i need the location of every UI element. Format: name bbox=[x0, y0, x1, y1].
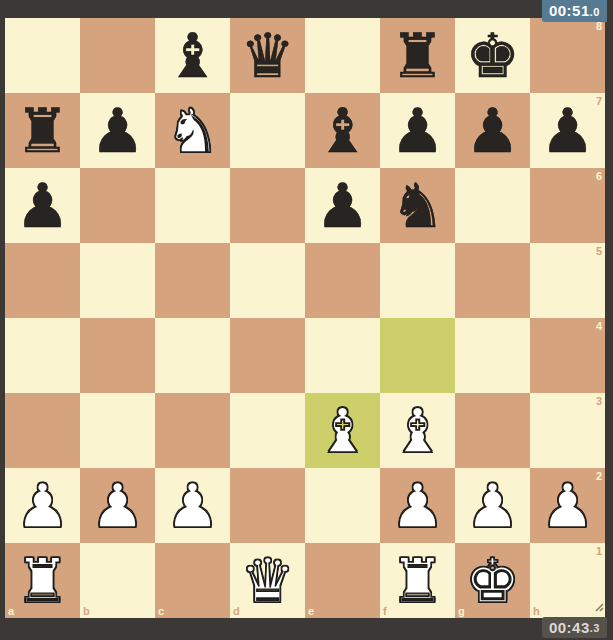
square-e5[interactable] bbox=[305, 243, 380, 318]
rank-label-3: 3 bbox=[596, 395, 602, 407]
board-resize-handle-icon[interactable] bbox=[591, 598, 604, 616]
square-a8[interactable] bbox=[5, 18, 80, 93]
opponent-clock-tenths: .0 bbox=[590, 2, 600, 22]
black-pawn-h7[interactable]: ♟ bbox=[530, 93, 605, 168]
square-d4[interactable] bbox=[230, 318, 305, 393]
square-a2[interactable]: ♟ bbox=[5, 468, 80, 543]
square-e7[interactable]: ♝ bbox=[305, 93, 380, 168]
black-bishop-c8[interactable]: ♝ bbox=[155, 18, 230, 93]
square-g3[interactable] bbox=[455, 393, 530, 468]
square-h6[interactable]: 6 bbox=[530, 168, 605, 243]
square-d3[interactable] bbox=[230, 393, 305, 468]
white-bishop-f3[interactable]: ♝ bbox=[380, 393, 455, 468]
square-a5[interactable] bbox=[5, 243, 80, 318]
black-pawn-b7[interactable]: ♟ bbox=[80, 93, 155, 168]
square-b8[interactable] bbox=[80, 18, 155, 93]
square-b1[interactable]: b bbox=[80, 543, 155, 618]
square-g1[interactable]: ♚g bbox=[455, 543, 530, 618]
black-knight-f6[interactable]: ♞ bbox=[380, 168, 455, 243]
rank-label-1: 1 bbox=[596, 545, 602, 557]
white-rook-a1[interactable]: ♜ bbox=[5, 543, 80, 618]
square-f2[interactable]: ♟ bbox=[380, 468, 455, 543]
square-h2[interactable]: ♟2 bbox=[530, 468, 605, 543]
square-b5[interactable] bbox=[80, 243, 155, 318]
square-a3[interactable] bbox=[5, 393, 80, 468]
square-f7[interactable]: ♟ bbox=[380, 93, 455, 168]
square-d7[interactable] bbox=[230, 93, 305, 168]
square-c5[interactable] bbox=[155, 243, 230, 318]
square-h3[interactable]: 3 bbox=[530, 393, 605, 468]
square-f1[interactable]: ♜f bbox=[380, 543, 455, 618]
white-knight-c7[interactable]: ♞ bbox=[155, 93, 230, 168]
square-g2[interactable]: ♟ bbox=[455, 468, 530, 543]
square-g8[interactable]: ♚ bbox=[455, 18, 530, 93]
square-c4[interactable] bbox=[155, 318, 230, 393]
square-d5[interactable] bbox=[230, 243, 305, 318]
square-e1[interactable]: e bbox=[305, 543, 380, 618]
square-a6[interactable]: ♟ bbox=[5, 168, 80, 243]
black-queen-d8[interactable]: ♛ bbox=[230, 18, 305, 93]
square-g6[interactable] bbox=[455, 168, 530, 243]
square-h8[interactable]: 8 bbox=[530, 18, 605, 93]
black-pawn-a6[interactable]: ♟ bbox=[5, 168, 80, 243]
white-king-g1[interactable]: ♚ bbox=[455, 543, 530, 618]
square-c1[interactable]: c bbox=[155, 543, 230, 618]
square-b7[interactable]: ♟ bbox=[80, 93, 155, 168]
white-pawn-f2[interactable]: ♟ bbox=[380, 468, 455, 543]
square-d1[interactable]: ♛d bbox=[230, 543, 305, 618]
square-f8[interactable]: ♜ bbox=[380, 18, 455, 93]
square-h5[interactable]: 5 bbox=[530, 243, 605, 318]
square-b4[interactable] bbox=[80, 318, 155, 393]
opponent-clock: 00:51.0 bbox=[542, 0, 607, 22]
square-e6[interactable]: ♟ bbox=[305, 168, 380, 243]
black-bishop-e7[interactable]: ♝ bbox=[305, 93, 380, 168]
square-a1[interactable]: ♜a bbox=[5, 543, 80, 618]
player-clock-tenths: .3 bbox=[590, 619, 600, 638]
black-pawn-g7[interactable]: ♟ bbox=[455, 93, 530, 168]
square-g5[interactable] bbox=[455, 243, 530, 318]
file-label-b: b bbox=[83, 605, 90, 617]
black-rook-f8[interactable]: ♜ bbox=[380, 18, 455, 93]
square-b6[interactable] bbox=[80, 168, 155, 243]
square-e2[interactable] bbox=[305, 468, 380, 543]
square-f4[interactable] bbox=[380, 318, 455, 393]
black-pawn-f7[interactable]: ♟ bbox=[380, 93, 455, 168]
square-c6[interactable] bbox=[155, 168, 230, 243]
white-pawn-h2[interactable]: ♟ bbox=[530, 468, 605, 543]
square-b2[interactable]: ♟ bbox=[80, 468, 155, 543]
square-d8[interactable]: ♛ bbox=[230, 18, 305, 93]
file-label-e: e bbox=[308, 605, 314, 617]
square-g7[interactable]: ♟ bbox=[455, 93, 530, 168]
white-pawn-b2[interactable]: ♟ bbox=[80, 468, 155, 543]
chess-board: ♝♛♜♚8♜♟♞♝♟♟♟7♟♟♞654♝♝3♟♟♟♟♟♟2♜abc♛de♜f♚g… bbox=[5, 18, 605, 618]
square-a4[interactable] bbox=[5, 318, 80, 393]
square-e3[interactable]: ♝ bbox=[305, 393, 380, 468]
black-rook-a7[interactable]: ♜ bbox=[5, 93, 80, 168]
white-pawn-c2[interactable]: ♟ bbox=[155, 468, 230, 543]
square-a7[interactable]: ♜ bbox=[5, 93, 80, 168]
square-d6[interactable] bbox=[230, 168, 305, 243]
rank-label-4: 4 bbox=[596, 320, 602, 332]
rank-label-6: 6 bbox=[596, 170, 602, 182]
square-f3[interactable]: ♝ bbox=[380, 393, 455, 468]
square-h7[interactable]: ♟7 bbox=[530, 93, 605, 168]
square-b3[interactable] bbox=[80, 393, 155, 468]
game-screen: 00:51.0 ♝♛♜♚8♜♟♞♝♟♟♟7♟♟♞654♝♝3♟♟♟♟♟♟2♜ab… bbox=[0, 0, 613, 640]
square-g4[interactable] bbox=[455, 318, 530, 393]
white-queen-d1[interactable]: ♛ bbox=[230, 543, 305, 618]
file-label-c: c bbox=[158, 605, 164, 617]
square-c8[interactable]: ♝ bbox=[155, 18, 230, 93]
rank-label-5: 5 bbox=[596, 245, 602, 257]
black-pawn-e6[interactable]: ♟ bbox=[305, 168, 380, 243]
player-clock-time: 00:43 bbox=[549, 617, 590, 638]
square-e4[interactable] bbox=[305, 318, 380, 393]
square-c2[interactable]: ♟ bbox=[155, 468, 230, 543]
file-label-h: h bbox=[533, 605, 540, 617]
white-bishop-e3[interactable]: ♝ bbox=[305, 393, 380, 468]
square-d2[interactable] bbox=[230, 468, 305, 543]
square-f6[interactable]: ♞ bbox=[380, 168, 455, 243]
player-clock: 00:43.3 bbox=[542, 617, 607, 638]
square-f5[interactable] bbox=[380, 243, 455, 318]
square-h4[interactable]: 4 bbox=[530, 318, 605, 393]
white-pawn-a2[interactable]: ♟ bbox=[5, 468, 80, 543]
square-e8[interactable] bbox=[305, 18, 380, 93]
black-king-g8[interactable]: ♚ bbox=[455, 18, 530, 93]
opponent-clock-time: 00:51 bbox=[549, 0, 590, 22]
square-c7[interactable]: ♞ bbox=[155, 93, 230, 168]
white-pawn-g2[interactable]: ♟ bbox=[455, 468, 530, 543]
white-rook-f1[interactable]: ♜ bbox=[380, 543, 455, 618]
square-c3[interactable] bbox=[155, 393, 230, 468]
